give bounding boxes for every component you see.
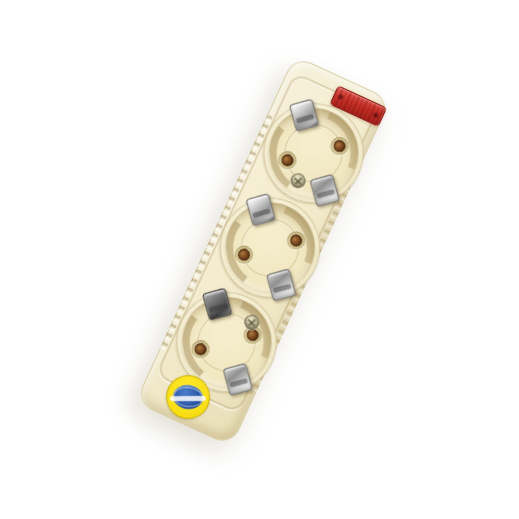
globe-logo-icon	[172, 383, 205, 410]
photo-background	[0, 0, 519, 519]
power-strip-body	[135, 55, 391, 446]
